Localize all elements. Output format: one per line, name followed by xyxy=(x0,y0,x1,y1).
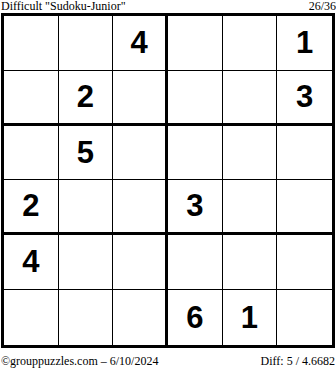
cell-r2c4[interactable] xyxy=(168,71,223,126)
blank-counter: 26/36 xyxy=(309,0,336,13)
cell-r4c5[interactable] xyxy=(223,180,278,235)
cell-r4c2[interactable] xyxy=(59,180,114,235)
difficulty-text: Diff: 5 / 4.6682 xyxy=(261,354,335,369)
cell-r6c2[interactable] xyxy=(59,290,114,345)
cell-r3c3[interactable] xyxy=(113,126,168,181)
cell-r6c6[interactable] xyxy=(277,290,332,345)
header: Difficult "Sudoku-Junior" 26/36 xyxy=(1,0,336,13)
cell-r1c5[interactable] xyxy=(223,16,278,71)
cell-r3c1[interactable] xyxy=(4,126,59,181)
cell-r5c3[interactable] xyxy=(113,235,168,290)
cell-r1c6: 1 xyxy=(277,16,332,71)
sudoku-page: Difficult "Sudoku-Junior" 26/36 41235234… xyxy=(0,0,336,370)
sudoku-grid: 4123523461 xyxy=(1,13,335,348)
cell-r5c5[interactable] xyxy=(223,235,278,290)
cell-r5c4[interactable] xyxy=(168,235,223,290)
cell-r2c2: 2 xyxy=(59,71,114,126)
cell-r4c6[interactable] xyxy=(277,180,332,235)
cell-r4c3[interactable] xyxy=(113,180,168,235)
cell-r3c2: 5 xyxy=(59,126,114,181)
cell-r3c6[interactable] xyxy=(277,126,332,181)
cell-r2c6: 3 xyxy=(277,71,332,126)
cell-r5c6[interactable] xyxy=(277,235,332,290)
cell-r1c1[interactable] xyxy=(4,16,59,71)
cell-r2c1[interactable] xyxy=(4,71,59,126)
cell-r6c4: 6 xyxy=(168,290,223,345)
cell-r5c1: 4 xyxy=(4,235,59,290)
cell-r3c5[interactable] xyxy=(223,126,278,181)
cell-r6c5: 1 xyxy=(223,290,278,345)
cell-r1c2[interactable] xyxy=(59,16,114,71)
cell-r2c3[interactable] xyxy=(113,71,168,126)
footer: ©grouppuzzles.com – 6/10/2024 Diff: 5 / … xyxy=(1,354,335,369)
cell-r4c4: 3 xyxy=(168,180,223,235)
cell-r2c5[interactable] xyxy=(223,71,278,126)
cell-r5c2[interactable] xyxy=(59,235,114,290)
cell-r6c1[interactable] xyxy=(4,290,59,345)
copyright-text: ©grouppuzzles.com – 6/10/2024 xyxy=(1,354,158,369)
cell-r3c4[interactable] xyxy=(168,126,223,181)
cell-r1c3: 4 xyxy=(113,16,168,71)
cell-r1c4[interactable] xyxy=(168,16,223,71)
puzzle-title: Difficult "Sudoku-Junior" xyxy=(1,0,126,13)
cell-r6c3[interactable] xyxy=(113,290,168,345)
cell-r4c1: 2 xyxy=(4,180,59,235)
